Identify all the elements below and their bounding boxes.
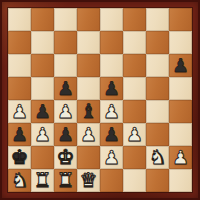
square-d8[interactable]: [77, 8, 100, 31]
square-h7[interactable]: [169, 31, 192, 54]
white-pawn[interactable]: ♟: [11, 100, 28, 123]
square-h1[interactable]: [169, 169, 192, 192]
square-d7[interactable]: [77, 31, 100, 54]
black-pawn[interactable]: ♟: [172, 54, 189, 77]
square-a4[interactable]: ♟: [8, 100, 31, 123]
square-h4[interactable]: [169, 100, 192, 123]
square-g5[interactable]: [146, 77, 169, 100]
square-g6[interactable]: [146, 54, 169, 77]
square-c4[interactable]: ♟: [54, 100, 77, 123]
white-pawn[interactable]: ♟: [80, 123, 97, 146]
square-c6[interactable]: [54, 54, 77, 77]
square-b5[interactable]: [31, 77, 54, 100]
black-king[interactable]: ♚: [11, 146, 29, 169]
square-g1[interactable]: [146, 169, 169, 192]
square-d6[interactable]: [77, 54, 100, 77]
chess-board: ♟♟♟♟♟♟♝♟♟♟♟♟♟♟♚♚♟♞♟♞♜♜♛: [8, 8, 192, 192]
square-g8[interactable]: [146, 8, 169, 31]
square-b8[interactable]: [31, 8, 54, 31]
white-king[interactable]: ♚: [57, 146, 75, 169]
square-e2[interactable]: ♟: [100, 146, 123, 169]
square-h3[interactable]: [169, 123, 192, 146]
square-a8[interactable]: [8, 8, 31, 31]
black-pawn[interactable]: ♟: [57, 123, 74, 146]
square-a7[interactable]: [8, 31, 31, 54]
square-c8[interactable]: [54, 8, 77, 31]
square-b7[interactable]: [31, 31, 54, 54]
square-c2[interactable]: ♚: [54, 146, 77, 169]
square-h2[interactable]: ♟: [169, 146, 192, 169]
white-pawn[interactable]: ♟: [126, 123, 143, 146]
white-queen[interactable]: ♛: [80, 169, 98, 192]
white-knight[interactable]: ♞: [149, 146, 167, 169]
black-pawn[interactable]: ♟: [34, 100, 51, 123]
white-pawn[interactable]: ♟: [103, 100, 120, 123]
square-c3[interactable]: ♟: [54, 123, 77, 146]
square-b2[interactable]: [31, 146, 54, 169]
square-f3[interactable]: ♟: [123, 123, 146, 146]
square-e1[interactable]: [100, 169, 123, 192]
square-f2[interactable]: [123, 146, 146, 169]
square-b6[interactable]: [31, 54, 54, 77]
square-d1[interactable]: ♛: [77, 169, 100, 192]
square-c7[interactable]: [54, 31, 77, 54]
board-frame: ♟♟♟♟♟♟♝♟♟♟♟♟♟♟♚♚♟♞♟♞♜♜♛: [0, 0, 200, 200]
square-f5[interactable]: [123, 77, 146, 100]
square-f7[interactable]: [123, 31, 146, 54]
square-b4[interactable]: ♟: [31, 100, 54, 123]
square-h6[interactable]: ♟: [169, 54, 192, 77]
square-f1[interactable]: [123, 169, 146, 192]
black-bishop[interactable]: ♝: [80, 100, 98, 123]
square-d3[interactable]: ♟: [77, 123, 100, 146]
white-pawn[interactable]: ♟: [172, 146, 189, 169]
black-pawn[interactable]: ♟: [11, 123, 28, 146]
white-pawn[interactable]: ♟: [57, 100, 74, 123]
square-g7[interactable]: [146, 31, 169, 54]
white-pawn[interactable]: ♟: [34, 123, 51, 146]
black-pawn[interactable]: ♟: [57, 77, 74, 100]
square-d4[interactable]: ♝: [77, 100, 100, 123]
square-a5[interactable]: [8, 77, 31, 100]
square-a6[interactable]: [8, 54, 31, 77]
white-rook[interactable]: ♜: [57, 169, 75, 192]
square-f8[interactable]: [123, 8, 146, 31]
square-a1[interactable]: ♞: [8, 169, 31, 192]
square-g3[interactable]: [146, 123, 169, 146]
square-b3[interactable]: ♟: [31, 123, 54, 146]
square-e8[interactable]: [100, 8, 123, 31]
square-d5[interactable]: [77, 77, 100, 100]
square-f4[interactable]: [123, 100, 146, 123]
black-pawn[interactable]: ♟: [103, 77, 120, 100]
square-h8[interactable]: [169, 8, 192, 31]
square-d2[interactable]: [77, 146, 100, 169]
square-h5[interactable]: [169, 77, 192, 100]
square-f6[interactable]: [123, 54, 146, 77]
square-c1[interactable]: ♜: [54, 169, 77, 192]
white-knight[interactable]: ♞: [11, 169, 29, 192]
black-pawn[interactable]: ♟: [103, 123, 120, 146]
square-e3[interactable]: ♟: [100, 123, 123, 146]
square-g2[interactable]: ♞: [146, 146, 169, 169]
square-e5[interactable]: ♟: [100, 77, 123, 100]
square-e4[interactable]: ♟: [100, 100, 123, 123]
square-g4[interactable]: [146, 100, 169, 123]
white-rook[interactable]: ♜: [34, 169, 52, 192]
white-pawn[interactable]: ♟: [103, 146, 120, 169]
square-a2[interactable]: ♚: [8, 146, 31, 169]
square-a3[interactable]: ♟: [8, 123, 31, 146]
square-c5[interactable]: ♟: [54, 77, 77, 100]
square-b1[interactable]: ♜: [31, 169, 54, 192]
square-e6[interactable]: [100, 54, 123, 77]
square-e7[interactable]: [100, 31, 123, 54]
